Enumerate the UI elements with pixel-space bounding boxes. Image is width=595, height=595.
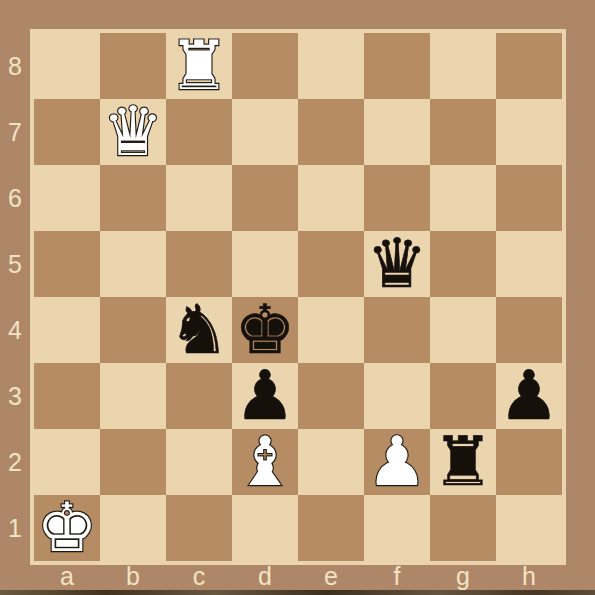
- square-b7[interactable]: ♛: [100, 99, 166, 165]
- square-g7[interactable]: [430, 99, 496, 165]
- square-e5[interactable]: [298, 231, 364, 297]
- square-b5[interactable]: [100, 231, 166, 297]
- board-bezel: ♜♛♛♞♚♟♟♝♟♜♚: [30, 29, 566, 565]
- square-b8[interactable]: [100, 33, 166, 99]
- file-label-c: c: [166, 563, 232, 590]
- table-edge-strip: [0, 590, 595, 595]
- square-f1[interactable]: [364, 495, 430, 561]
- piece-white-queen-b7[interactable]: ♛: [103, 99, 164, 165]
- square-h5[interactable]: [496, 231, 562, 297]
- chess-board-screen: 8 7 6 5 4 3 2 1 ♜♛♛♞♚♟♟♝♟♜♚ a b c d e f …: [0, 0, 595, 595]
- rank-label-8: 8: [0, 33, 30, 99]
- square-e6[interactable]: [298, 165, 364, 231]
- square-g6[interactable]: [430, 165, 496, 231]
- square-c8[interactable]: ♜: [166, 33, 232, 99]
- square-d2[interactable]: ♝: [232, 429, 298, 495]
- file-label-d: d: [232, 563, 298, 590]
- square-c7[interactable]: [166, 99, 232, 165]
- square-d5[interactable]: [232, 231, 298, 297]
- square-e4[interactable]: [298, 297, 364, 363]
- square-f6[interactable]: [364, 165, 430, 231]
- square-d6[interactable]: [232, 165, 298, 231]
- rank-coordinates: 8 7 6 5 4 3 2 1: [0, 33, 30, 561]
- square-a5[interactable]: [34, 231, 100, 297]
- square-b3[interactable]: [100, 363, 166, 429]
- piece-black-rook-g2[interactable]: ♜: [433, 429, 494, 495]
- square-f3[interactable]: [364, 363, 430, 429]
- piece-white-bishop-d2[interactable]: ♝: [235, 429, 296, 495]
- file-coordinates: a b c d e f g h: [34, 563, 562, 590]
- square-d8[interactable]: [232, 33, 298, 99]
- rank-label-5: 5: [0, 231, 30, 297]
- square-d7[interactable]: [232, 99, 298, 165]
- square-c2[interactable]: [166, 429, 232, 495]
- square-f5[interactable]: ♛: [364, 231, 430, 297]
- square-e3[interactable]: [298, 363, 364, 429]
- square-f8[interactable]: [364, 33, 430, 99]
- rank-label-1: 1: [0, 495, 30, 561]
- square-b6[interactable]: [100, 165, 166, 231]
- square-a7[interactable]: [34, 99, 100, 165]
- square-h1[interactable]: [496, 495, 562, 561]
- piece-black-queen-f5[interactable]: ♛: [367, 231, 428, 297]
- square-h8[interactable]: [496, 33, 562, 99]
- square-h3[interactable]: ♟: [496, 363, 562, 429]
- square-d1[interactable]: [232, 495, 298, 561]
- file-label-h: h: [496, 563, 562, 590]
- square-h6[interactable]: [496, 165, 562, 231]
- square-h7[interactable]: [496, 99, 562, 165]
- file-label-e: e: [298, 563, 364, 590]
- rank-label-7: 7: [0, 99, 30, 165]
- square-g1[interactable]: [430, 495, 496, 561]
- square-d4[interactable]: ♚: [232, 297, 298, 363]
- piece-black-knight-c4[interactable]: ♞: [169, 297, 230, 363]
- square-g2[interactable]: ♜: [430, 429, 496, 495]
- piece-black-pawn-h3[interactable]: ♟: [499, 363, 560, 429]
- square-a3[interactable]: [34, 363, 100, 429]
- rank-label-6: 6: [0, 165, 30, 231]
- square-e7[interactable]: [298, 99, 364, 165]
- square-h2[interactable]: [496, 429, 562, 495]
- rank-label-4: 4: [0, 297, 30, 363]
- square-b1[interactable]: [100, 495, 166, 561]
- piece-white-king-a1[interactable]: ♚: [37, 495, 98, 561]
- square-c6[interactable]: [166, 165, 232, 231]
- square-g3[interactable]: [430, 363, 496, 429]
- rank-label-2: 2: [0, 429, 30, 495]
- piece-white-pawn-f2[interactable]: ♟: [367, 429, 428, 495]
- file-label-a: a: [34, 563, 100, 590]
- square-a2[interactable]: [34, 429, 100, 495]
- square-a1[interactable]: ♚: [34, 495, 100, 561]
- square-a8[interactable]: [34, 33, 100, 99]
- square-c4[interactable]: ♞: [166, 297, 232, 363]
- square-f4[interactable]: [364, 297, 430, 363]
- square-g8[interactable]: [430, 33, 496, 99]
- file-label-b: b: [100, 563, 166, 590]
- square-c3[interactable]: [166, 363, 232, 429]
- square-d3[interactable]: ♟: [232, 363, 298, 429]
- piece-black-king-d4[interactable]: ♚: [235, 297, 296, 363]
- piece-black-pawn-d3[interactable]: ♟: [235, 363, 296, 429]
- square-g4[interactable]: [430, 297, 496, 363]
- square-b2[interactable]: [100, 429, 166, 495]
- square-c1[interactable]: [166, 495, 232, 561]
- square-b4[interactable]: [100, 297, 166, 363]
- square-c5[interactable]: [166, 231, 232, 297]
- square-h4[interactable]: [496, 297, 562, 363]
- square-f2[interactable]: ♟: [364, 429, 430, 495]
- file-label-f: f: [364, 563, 430, 590]
- file-label-g: g: [430, 563, 496, 590]
- square-a4[interactable]: [34, 297, 100, 363]
- square-g5[interactable]: [430, 231, 496, 297]
- square-f7[interactable]: [364, 99, 430, 165]
- rank-label-3: 3: [0, 363, 30, 429]
- square-e1[interactable]: [298, 495, 364, 561]
- chess-board: ♜♛♛♞♚♟♟♝♟♜♚: [34, 33, 562, 561]
- square-a6[interactable]: [34, 165, 100, 231]
- square-e2[interactable]: [298, 429, 364, 495]
- square-e8[interactable]: [298, 33, 364, 99]
- piece-white-rook-c8[interactable]: ♜: [169, 33, 230, 99]
